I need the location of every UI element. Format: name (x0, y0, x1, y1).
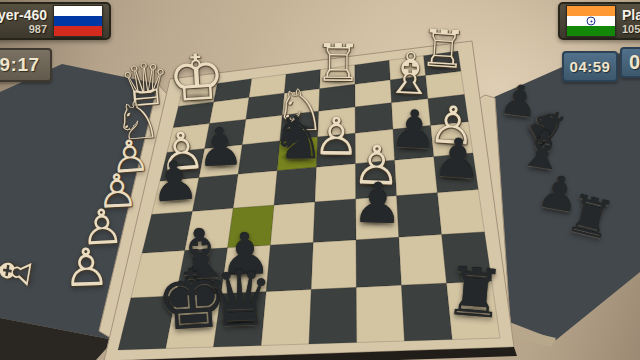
square-c3[interactable] (355, 103, 393, 133)
square-e6[interactable] (270, 202, 315, 245)
square-f3[interactable] (242, 115, 282, 144)
india-flag-icon (566, 5, 616, 37)
square-g5[interactable] (192, 174, 238, 211)
square-a4[interactable] (431, 122, 473, 157)
square-d5[interactable] (315, 164, 356, 202)
player-right-rating: 1057 (622, 23, 640, 35)
clock-right: 04:59 (562, 51, 618, 82)
square-a6[interactable] (437, 190, 484, 235)
clock-left: 09:17 (0, 48, 52, 82)
square-b3[interactable] (392, 99, 431, 130)
right-capture-tray (492, 50, 640, 340)
square-d6[interactable] (313, 199, 356, 243)
board-and-trays (0, 0, 640, 360)
clock-right-secondary: 0 (620, 47, 640, 78)
square-e3[interactable] (280, 111, 319, 141)
square-e4[interactable] (277, 137, 317, 171)
player-left-name: yer-460 (0, 7, 47, 23)
square-f4[interactable] (238, 141, 280, 174)
game-screen: ♔♖♖♗♘♙♙♙♙♚♛♜♝♞♟♟♟♟♟♟♕♘♙♙♙♙♗♟♞♝♟♜ yer-460… (0, 0, 640, 360)
square-h4[interactable] (160, 149, 205, 182)
square-a2[interactable] (426, 71, 465, 99)
square-a3[interactable] (428, 95, 468, 126)
square-d3[interactable] (318, 107, 356, 137)
square-e8[interactable] (261, 290, 311, 346)
square-f7[interactable] (221, 245, 270, 294)
russia-flag-icon (53, 5, 103, 37)
square-b5[interactable] (395, 157, 438, 196)
square-b8[interactable] (401, 283, 452, 341)
square-a8[interactable] (447, 281, 500, 339)
ashoka-chakra-icon (587, 17, 596, 26)
square-d8[interactable] (309, 287, 357, 344)
square-c5[interactable] (356, 160, 397, 199)
square-f8[interactable] (214, 292, 267, 347)
square-d7[interactable] (311, 240, 356, 290)
square-g3[interactable] (205, 119, 246, 148)
square-h3[interactable] (167, 124, 210, 153)
square-b7[interactable] (399, 235, 447, 286)
square-f5[interactable] (233, 171, 277, 209)
square-c8[interactable] (356, 285, 404, 342)
square-f6[interactable] (228, 205, 274, 248)
player-panel-left: yer-460 987 (0, 2, 111, 40)
square-a7[interactable] (442, 232, 492, 283)
player-left-rating: 987 (29, 23, 47, 35)
square-g6[interactable] (185, 208, 233, 250)
square-e7[interactable] (266, 243, 313, 292)
player-right-name: Pla (622, 7, 640, 23)
square-g4[interactable] (199, 145, 242, 178)
player-panel-right: Pla 1057 (558, 2, 640, 40)
square-c6[interactable] (356, 196, 399, 240)
square-b2[interactable] (390, 76, 428, 103)
square-b6[interactable] (397, 193, 442, 238)
square-e5[interactable] (274, 167, 316, 205)
square-c4[interactable] (355, 129, 394, 163)
square-d4[interactable] (316, 133, 355, 167)
square-a5[interactable] (434, 153, 478, 193)
square-b4[interactable] (393, 126, 434, 161)
square-c7[interactable] (356, 237, 401, 287)
square-c2[interactable] (355, 80, 392, 107)
square-g7[interactable] (176, 248, 228, 296)
